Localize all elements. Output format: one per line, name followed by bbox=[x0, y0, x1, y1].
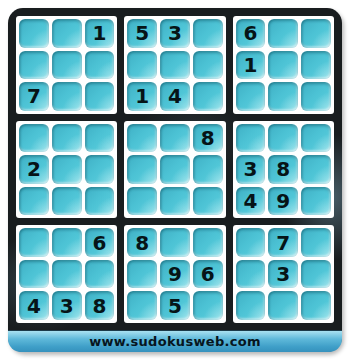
cell-r4c2[interactable] bbox=[52, 124, 82, 153]
box-r2c1: 2 bbox=[16, 121, 117, 219]
footer-bar: www.sudokusweb.com bbox=[8, 330, 342, 352]
cell-r8c2[interactable] bbox=[52, 260, 82, 289]
cell-r6c4[interactable] bbox=[127, 187, 157, 216]
cell-r1c1[interactable] bbox=[19, 19, 49, 48]
box-r1c2: 5314 bbox=[124, 16, 225, 114]
cell-r8c6[interactable]: 6 bbox=[193, 260, 223, 289]
cell-r2c4[interactable] bbox=[127, 51, 157, 80]
cell-r2c1[interactable] bbox=[19, 51, 49, 80]
cell-r5c6[interactable] bbox=[193, 155, 223, 184]
cell-r3c8[interactable] bbox=[268, 82, 298, 111]
cell-r5c4[interactable] bbox=[127, 155, 157, 184]
cell-r6c2[interactable] bbox=[52, 187, 82, 216]
cell-r9c3[interactable]: 8 bbox=[85, 291, 115, 320]
cell-r2c8[interactable] bbox=[268, 51, 298, 80]
cell-r6c6[interactable] bbox=[193, 187, 223, 216]
cell-r8c4[interactable] bbox=[127, 260, 157, 289]
cell-r3c1[interactable]: 7 bbox=[19, 82, 49, 111]
cell-r7c2[interactable] bbox=[52, 228, 82, 257]
cell-r9c5[interactable]: 5 bbox=[160, 291, 190, 320]
site-link[interactable]: www.sudokusweb.com bbox=[89, 334, 261, 349]
box-r1c3: 61 bbox=[233, 16, 334, 114]
cell-r2c3[interactable] bbox=[85, 51, 115, 80]
cell-r6c9[interactable] bbox=[301, 187, 331, 216]
cell-r5c7[interactable]: 3 bbox=[236, 155, 266, 184]
cell-r4c8[interactable] bbox=[268, 124, 298, 153]
cell-r5c8[interactable]: 8 bbox=[268, 155, 298, 184]
cell-r2c2[interactable] bbox=[52, 51, 82, 80]
cell-r3c2[interactable] bbox=[52, 82, 82, 111]
cell-r6c7[interactable]: 4 bbox=[236, 187, 266, 216]
sudoku-grid: 175314612838496438896573 bbox=[8, 8, 342, 330]
cell-r8c7[interactable] bbox=[236, 260, 266, 289]
box-r3c2: 8965 bbox=[124, 225, 225, 323]
sudoku-board: 175314612838496438896573 www.sudokusweb.… bbox=[8, 8, 342, 352]
cell-r9c7[interactable] bbox=[236, 291, 266, 320]
cell-r2c5[interactable] bbox=[160, 51, 190, 80]
box-r2c2: 8 bbox=[124, 121, 225, 219]
cell-r9c1[interactable]: 4 bbox=[19, 291, 49, 320]
cell-r7c9[interactable] bbox=[301, 228, 331, 257]
cell-r9c2[interactable]: 3 bbox=[52, 291, 82, 320]
cell-r4c1[interactable] bbox=[19, 124, 49, 153]
cell-r9c6[interactable] bbox=[193, 291, 223, 320]
cell-r9c9[interactable] bbox=[301, 291, 331, 320]
cell-r1c2[interactable] bbox=[52, 19, 82, 48]
cell-r1c7[interactable]: 6 bbox=[236, 19, 266, 48]
cell-r1c3[interactable]: 1 bbox=[85, 19, 115, 48]
cell-r6c1[interactable] bbox=[19, 187, 49, 216]
cell-r2c7[interactable]: 1 bbox=[236, 51, 266, 80]
cell-r1c5[interactable]: 3 bbox=[160, 19, 190, 48]
box-r2c3: 3849 bbox=[233, 121, 334, 219]
cell-r5c3[interactable] bbox=[85, 155, 115, 184]
cell-r5c2[interactable] bbox=[52, 155, 82, 184]
cell-r3c9[interactable] bbox=[301, 82, 331, 111]
cell-r8c8[interactable]: 3 bbox=[268, 260, 298, 289]
cell-r7c5[interactable] bbox=[160, 228, 190, 257]
cell-r9c8[interactable] bbox=[268, 291, 298, 320]
cell-r5c1[interactable]: 2 bbox=[19, 155, 49, 184]
cell-r4c7[interactable] bbox=[236, 124, 266, 153]
cell-r3c3[interactable] bbox=[85, 82, 115, 111]
cell-r7c7[interactable] bbox=[236, 228, 266, 257]
cell-r1c6[interactable] bbox=[193, 19, 223, 48]
cell-r5c9[interactable] bbox=[301, 155, 331, 184]
cell-r4c9[interactable] bbox=[301, 124, 331, 153]
cell-r7c4[interactable]: 8 bbox=[127, 228, 157, 257]
cell-r3c6[interactable] bbox=[193, 82, 223, 111]
cell-r8c1[interactable] bbox=[19, 260, 49, 289]
cell-r9c4[interactable] bbox=[127, 291, 157, 320]
cell-r1c4[interactable]: 5 bbox=[127, 19, 157, 48]
cell-r4c5[interactable] bbox=[160, 124, 190, 153]
cell-r7c8[interactable]: 7 bbox=[268, 228, 298, 257]
cell-r8c5[interactable]: 9 bbox=[160, 260, 190, 289]
cell-r6c8[interactable]: 9 bbox=[268, 187, 298, 216]
cell-r7c3[interactable]: 6 bbox=[85, 228, 115, 257]
cell-r2c9[interactable] bbox=[301, 51, 331, 80]
cell-r8c3[interactable] bbox=[85, 260, 115, 289]
cell-r4c6[interactable]: 8 bbox=[193, 124, 223, 153]
box-r3c1: 6438 bbox=[16, 225, 117, 323]
box-r1c1: 17 bbox=[16, 16, 117, 114]
cell-r4c4[interactable] bbox=[127, 124, 157, 153]
cell-r8c9[interactable] bbox=[301, 260, 331, 289]
cell-r3c4[interactable]: 1 bbox=[127, 82, 157, 111]
cell-r6c3[interactable] bbox=[85, 187, 115, 216]
cell-r3c7[interactable] bbox=[236, 82, 266, 111]
cell-r2c6[interactable] bbox=[193, 51, 223, 80]
box-r3c3: 73 bbox=[233, 225, 334, 323]
cell-r7c6[interactable] bbox=[193, 228, 223, 257]
cell-r1c8[interactable] bbox=[268, 19, 298, 48]
cell-r4c3[interactable] bbox=[85, 124, 115, 153]
cell-r5c5[interactable] bbox=[160, 155, 190, 184]
cell-r3c5[interactable]: 4 bbox=[160, 82, 190, 111]
cell-r7c1[interactable] bbox=[19, 228, 49, 257]
cell-r1c9[interactable] bbox=[301, 19, 331, 48]
cell-r6c5[interactable] bbox=[160, 187, 190, 216]
